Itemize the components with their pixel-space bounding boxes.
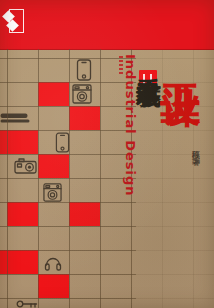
subtitle: 看这本就够了: [136, 57, 161, 66]
main-title: 工业设计: [160, 52, 200, 56]
red-grid-cell: [0, 250, 38, 274]
smartphone-icon: [55, 132, 70, 153]
key-icon: [16, 300, 38, 308]
red-grid-cell: [7, 202, 38, 226]
laptop-icon: [0, 112, 30, 124]
book-cover: Industrial Design 看这本就够了 工业设计 陈根 编著: [0, 0, 214, 308]
red-grid-cell: [69, 202, 100, 226]
headphones-icon: [44, 254, 62, 271]
icon-grid-layer: [0, 0, 214, 308]
red-grid-cell: [38, 154, 69, 178]
red-grid-cell: [38, 274, 69, 298]
washing-machine-icon: [43, 182, 62, 203]
red-grid-cell: [69, 106, 100, 130]
smartphone-icon: [76, 59, 92, 81]
english-title: Industrial Design: [123, 54, 138, 197]
author-credit: 陈根 编著: [189, 143, 200, 153]
camera-icon: [14, 158, 37, 174]
red-grid-cell: [38, 82, 69, 106]
red-grid-cell: [0, 130, 38, 154]
red-seal-stamp-icon: [139, 70, 157, 88]
washing-machine-icon: [72, 84, 92, 104]
